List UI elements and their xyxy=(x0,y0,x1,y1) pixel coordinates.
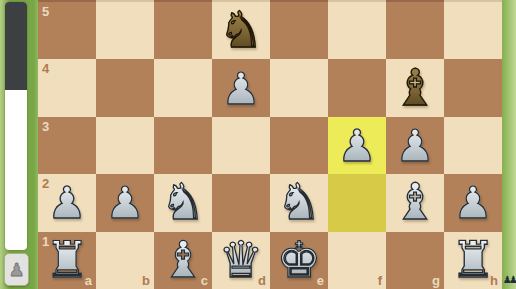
square-b2[interactable]: ♟ xyxy=(96,174,154,231)
square-h4[interactable] xyxy=(444,59,502,116)
square-d1[interactable]: d♛ xyxy=(212,232,270,289)
square-c5[interactable] xyxy=(154,2,212,59)
square-h1[interactable]: h♜ xyxy=(444,232,502,289)
piece-white-bishop[interactable]: ♝ xyxy=(154,232,212,289)
square-c3[interactable] xyxy=(154,117,212,174)
square-a4[interactable]: 4 xyxy=(38,59,96,116)
piece-white-knight[interactable]: ♞ xyxy=(154,174,212,231)
square-e1[interactable]: e♚ xyxy=(270,232,328,289)
square-f5[interactable] xyxy=(328,2,386,59)
square-b3[interactable] xyxy=(96,117,154,174)
evaluation-bar-black-part xyxy=(5,2,27,90)
square-d5[interactable]: ♞ xyxy=(212,2,270,59)
piece-black-bishop[interactable]: ♝ xyxy=(386,59,444,116)
square-e2[interactable]: ♞ xyxy=(270,174,328,231)
square-e4[interactable] xyxy=(270,59,328,116)
piece-black-knight[interactable]: ♞ xyxy=(212,2,270,59)
square-g4[interactable]: ♝ xyxy=(386,59,444,116)
file-label-f: f xyxy=(378,273,382,288)
piece-white-king[interactable]: ♚ xyxy=(270,232,328,289)
piece-white-bishop[interactable]: ♝ xyxy=(386,174,444,231)
players-icon[interactable]: ♟♟ xyxy=(503,275,515,285)
piece-white-pawn[interactable]: ♟ xyxy=(96,174,154,231)
square-g2[interactable]: ♝ xyxy=(386,174,444,231)
file-label-b: b xyxy=(142,273,150,288)
square-f1[interactable]: f xyxy=(328,232,386,289)
pawn-icon: ♟ xyxy=(8,261,24,279)
square-c1[interactable]: c♝ xyxy=(154,232,212,289)
pawn-button[interactable]: ♟ xyxy=(4,253,29,286)
piece-white-pawn[interactable]: ♟ xyxy=(212,59,270,116)
square-a2[interactable]: 2♟ xyxy=(38,174,96,231)
piece-white-pawn[interactable]: ♟ xyxy=(38,174,96,231)
square-h5[interactable] xyxy=(444,2,502,59)
square-g3[interactable]: ♟ xyxy=(386,117,444,174)
square-b5[interactable] xyxy=(96,2,154,59)
square-f3[interactable]: ♟ xyxy=(328,117,386,174)
square-h3[interactable] xyxy=(444,117,502,174)
piece-white-rook[interactable]: ♜ xyxy=(444,232,502,289)
square-e5[interactable] xyxy=(270,2,328,59)
piece-white-pawn[interactable]: ♟ xyxy=(386,117,444,174)
piece-white-knight[interactable]: ♞ xyxy=(270,174,328,231)
square-d4[interactable]: ♟ xyxy=(212,59,270,116)
square-b1[interactable]: b xyxy=(96,232,154,289)
square-g5[interactable] xyxy=(386,2,444,59)
file-label-g: g xyxy=(432,273,440,288)
square-f2[interactable] xyxy=(328,174,386,231)
square-d3[interactable] xyxy=(212,117,270,174)
square-e3[interactable] xyxy=(270,117,328,174)
square-f4[interactable] xyxy=(328,59,386,116)
square-d2[interactable] xyxy=(212,174,270,231)
piece-white-pawn[interactable]: ♟ xyxy=(328,117,386,174)
square-c2[interactable]: ♞ xyxy=(154,174,212,231)
square-g1[interactable]: g xyxy=(386,232,444,289)
square-a5[interactable]: 5 xyxy=(38,2,96,59)
square-c4[interactable] xyxy=(154,59,212,116)
rank-label-5: 5 xyxy=(42,4,49,19)
piece-white-pawn[interactable]: ♟ xyxy=(444,174,502,231)
board: 5♞4♟♝3♟♟2♟♟♞♞♝♟1a♜bc♝d♛e♚fgh♜ xyxy=(38,0,502,289)
rank-label-3: 3 xyxy=(42,119,49,134)
square-a3[interactable]: 3 xyxy=(38,117,96,174)
piece-white-rook[interactable]: ♜ xyxy=(38,232,96,289)
chess-app-stage: ♟ 5♞4♟♝3♟♟2♟♟♞♞♝♟1a♜bc♝d♛e♚fgh♜ ♟♟ xyxy=(0,0,516,289)
square-a1[interactable]: 1a♜ xyxy=(38,232,96,289)
square-b4[interactable] xyxy=(96,59,154,116)
evaluation-bar xyxy=(5,2,27,250)
piece-white-queen[interactable]: ♛ xyxy=(212,232,270,289)
rank-label-4: 4 xyxy=(42,61,49,76)
square-h2[interactable]: ♟ xyxy=(444,174,502,231)
